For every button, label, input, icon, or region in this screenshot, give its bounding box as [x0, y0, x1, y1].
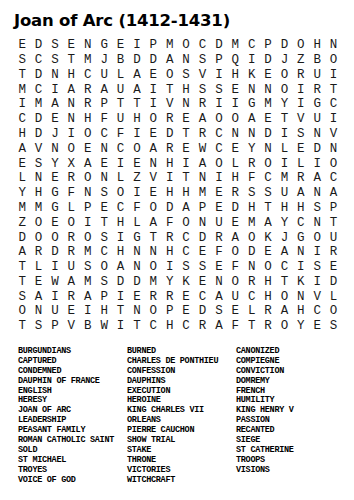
grid-cell-r8c13[interactable]: C: [211, 142, 227, 157]
grid-cell-r17c18[interactable]: K: [293, 275, 309, 290]
grid-cell-r10c17[interactable]: M: [276, 171, 292, 186]
grid-cell-r10c4[interactable]: R: [63, 171, 79, 186]
grid-cell-r18c13[interactable]: A: [211, 290, 227, 305]
grid-cell-r2c2[interactable]: C: [30, 53, 46, 68]
grid-cell-r15c15[interactable]: D: [243, 245, 259, 260]
grid-cell-r2c12[interactable]: S: [194, 53, 210, 68]
grid-cell-r16c7[interactable]: A: [112, 260, 128, 275]
grid-cell-r15c2[interactable]: R: [30, 245, 46, 260]
grid-cell-r12c13[interactable]: E: [211, 201, 227, 216]
grid-cell-r13c1[interactable]: Z: [14, 216, 30, 231]
grid-cell-r16c14[interactable]: F: [227, 260, 243, 275]
grid-cell-r20c11[interactable]: C: [178, 319, 194, 334]
grid-cell-r13c5[interactable]: I: [80, 216, 96, 231]
grid-cell-r15c6[interactable]: C: [96, 245, 112, 260]
grid-cell-r16c19[interactable]: S: [309, 260, 325, 275]
grid-cell-r12c19[interactable]: S: [309, 201, 325, 216]
grid-cell-r3c16[interactable]: E: [260, 68, 276, 83]
grid-cell-r6c15[interactable]: A: [243, 112, 259, 127]
grid-cell-r9c3[interactable]: Y: [47, 156, 63, 171]
grid-cell-r9c14[interactable]: L: [227, 156, 243, 171]
grid-cell-r1c7[interactable]: E: [112, 38, 128, 53]
grid-cell-r1c9[interactable]: P: [145, 38, 161, 53]
grid-cell-r18c7[interactable]: I: [112, 290, 128, 305]
grid-cell-r16c9[interactable]: O: [145, 260, 161, 275]
grid-cell-r6c9[interactable]: O: [145, 112, 161, 127]
grid-cell-r2c6[interactable]: J: [96, 53, 112, 68]
grid-cell-r7c6[interactable]: C: [96, 127, 112, 142]
grid-cell-r2c17[interactable]: J: [276, 53, 292, 68]
grid-cell-r14c10[interactable]: R: [162, 230, 178, 245]
grid-cell-r10c12[interactable]: N: [194, 171, 210, 186]
grid-cell-r8c19[interactable]: D: [309, 142, 325, 157]
grid-cell-r5c1[interactable]: I: [14, 97, 30, 112]
grid-cell-r10c1[interactable]: L: [14, 171, 30, 186]
grid-cell-r15c14[interactable]: O: [227, 245, 243, 260]
grid-cell-r19c5[interactable]: I: [80, 304, 96, 319]
grid-cell-r7c3[interactable]: J: [47, 127, 63, 142]
grid-cell-r18c9[interactable]: R: [145, 290, 161, 305]
grid-cell-r5c13[interactable]: I: [211, 97, 227, 112]
grid-cell-r19c2[interactable]: N: [30, 304, 46, 319]
grid-cell-r9c17[interactable]: I: [276, 156, 292, 171]
grid-cell-r15c7[interactable]: H: [112, 245, 128, 260]
grid-cell-r20c4[interactable]: V: [63, 319, 79, 334]
grid-cell-r1c11[interactable]: O: [178, 38, 194, 53]
grid-cell-r12c1[interactable]: M: [14, 201, 30, 216]
grid-cell-r1c8[interactable]: I: [129, 38, 145, 53]
grid-cell-r8c4[interactable]: O: [63, 142, 79, 157]
grid-cell-r14c18[interactable]: G: [293, 230, 309, 245]
grid-cell-r2c14[interactable]: Q: [227, 53, 243, 68]
grid-cell-r8c18[interactable]: E: [293, 142, 309, 157]
grid-cell-r1c2[interactable]: D: [30, 38, 46, 53]
grid-cell-r17c9[interactable]: M: [145, 275, 161, 290]
grid-cell-r3c19[interactable]: U: [309, 68, 325, 83]
grid-cell-r10c3[interactable]: E: [47, 171, 63, 186]
grid-cell-r15c10[interactable]: H: [162, 245, 178, 260]
grid-cell-r4c9[interactable]: I: [145, 82, 161, 97]
grid-cell-r11c2[interactable]: H: [30, 186, 46, 201]
grid-cell-r7c2[interactable]: D: [30, 127, 46, 142]
grid-cell-r1c13[interactable]: D: [211, 38, 227, 53]
grid-cell-r3c20[interactable]: I: [325, 68, 341, 83]
grid-cell-r19c8[interactable]: N: [129, 304, 145, 319]
grid-cell-r2c15[interactable]: I: [243, 53, 259, 68]
grid-cell-r19c9[interactable]: O: [145, 304, 161, 319]
grid-cell-r11c8[interactable]: I: [129, 186, 145, 201]
grid-cell-r8c17[interactable]: L: [276, 142, 292, 157]
grid-cell-r17c8[interactable]: D: [129, 275, 145, 290]
grid-cell-r20c7[interactable]: I: [112, 319, 128, 334]
grid-cell-r8c3[interactable]: N: [47, 142, 63, 157]
grid-cell-r19c13[interactable]: S: [211, 304, 227, 319]
grid-cell-r18c12[interactable]: C: [194, 290, 210, 305]
grid-cell-r5c18[interactable]: I: [293, 97, 309, 112]
grid-cell-r14c8[interactable]: G: [129, 230, 145, 245]
grid-cell-r11c6[interactable]: S: [96, 186, 112, 201]
grid-cell-r10c20[interactable]: C: [325, 171, 341, 186]
grid-cell-r11c18[interactable]: A: [293, 186, 309, 201]
grid-cell-r17c14[interactable]: O: [227, 275, 243, 290]
grid-cell-r4c6[interactable]: A: [96, 82, 112, 97]
grid-cell-r2c10[interactable]: A: [162, 53, 178, 68]
grid-cell-r6c16[interactable]: E: [260, 112, 276, 127]
grid-cell-r2c11[interactable]: N: [178, 53, 194, 68]
grid-cell-r4c13[interactable]: S: [211, 82, 227, 97]
grid-cell-r5c16[interactable]: M: [260, 97, 276, 112]
grid-cell-r2c8[interactable]: D: [129, 53, 145, 68]
grid-cell-r6c12[interactable]: A: [194, 112, 210, 127]
grid-cell-r2c7[interactable]: B: [112, 53, 128, 68]
grid-cell-r9c2[interactable]: S: [30, 156, 46, 171]
grid-cell-r14c9[interactable]: T: [145, 230, 161, 245]
grid-cell-r11c4[interactable]: F: [63, 186, 79, 201]
grid-cell-r17c1[interactable]: T: [14, 275, 30, 290]
grid-cell-r9c15[interactable]: R: [243, 156, 259, 171]
grid-cell-r8c16[interactable]: N: [260, 142, 276, 157]
grid-cell-r8c9[interactable]: A: [145, 142, 161, 157]
grid-cell-r20c19[interactable]: E: [309, 319, 325, 334]
grid-cell-r20c10[interactable]: H: [162, 319, 178, 334]
grid-cell-r3c2[interactable]: D: [30, 68, 46, 83]
grid-cell-r1c4[interactable]: E: [63, 38, 79, 53]
grid-cell-r6c14[interactable]: O: [227, 112, 243, 127]
grid-cell-r11c3[interactable]: G: [47, 186, 63, 201]
grid-cell-r9c18[interactable]: L: [293, 156, 309, 171]
grid-cell-r16c18[interactable]: I: [293, 260, 309, 275]
grid-cell-r4c14[interactable]: E: [227, 82, 243, 97]
grid-cell-r14c17[interactable]: J: [276, 230, 292, 245]
grid-cell-r4c19[interactable]: R: [309, 82, 325, 97]
grid-cell-r9c19[interactable]: I: [309, 156, 325, 171]
grid-cell-r14c15[interactable]: O: [243, 230, 259, 245]
grid-cell-r10c6[interactable]: N: [96, 171, 112, 186]
grid-cell-r17c10[interactable]: Y: [162, 275, 178, 290]
grid-cell-r12c14[interactable]: D: [227, 201, 243, 216]
grid-cell-r10c9[interactable]: V: [145, 171, 161, 186]
grid-cell-r7c5[interactable]: O: [80, 127, 96, 142]
grid-cell-r4c18[interactable]: I: [293, 82, 309, 97]
grid-cell-r4c20[interactable]: T: [325, 82, 341, 97]
grid-cell-r6c1[interactable]: C: [14, 112, 30, 127]
grid-cell-r16c20[interactable]: E: [325, 260, 341, 275]
grid-cell-r4c1[interactable]: M: [14, 82, 30, 97]
grid-cell-r10c16[interactable]: C: [260, 171, 276, 186]
grid-cell-r13c19[interactable]: N: [309, 216, 325, 231]
grid-cell-r9c16[interactable]: O: [260, 156, 276, 171]
grid-cell-r7c1[interactable]: H: [14, 127, 30, 142]
grid-cell-r3c4[interactable]: H: [63, 68, 79, 83]
grid-cell-r18c19[interactable]: V: [309, 290, 325, 305]
grid-cell-r16c17[interactable]: C: [276, 260, 292, 275]
grid-cell-r4c10[interactable]: T: [162, 82, 178, 97]
grid-cell-r12c7[interactable]: C: [112, 201, 128, 216]
grid-cell-r15c4[interactable]: R: [63, 245, 79, 260]
grid-cell-r16c6[interactable]: O: [96, 260, 112, 275]
grid-cell-r16c1[interactable]: T: [14, 260, 30, 275]
grid-cell-r7c19[interactable]: N: [309, 127, 325, 142]
grid-cell-r9c4[interactable]: X: [63, 156, 79, 171]
grid-cell-r4c2[interactable]: C: [30, 82, 46, 97]
grid-cell-r12c10[interactable]: D: [162, 201, 178, 216]
grid-cell-r6c7[interactable]: U: [112, 112, 128, 127]
grid-cell-r19c15[interactable]: L: [243, 304, 259, 319]
grid-cell-r8c5[interactable]: E: [80, 142, 96, 157]
grid-cell-r13c14[interactable]: E: [227, 216, 243, 231]
grid-cell-r2c20[interactable]: O: [325, 53, 341, 68]
grid-cell-r14c20[interactable]: U: [325, 230, 341, 245]
grid-cell-r1c17[interactable]: D: [276, 38, 292, 53]
grid-cell-r14c12[interactable]: D: [194, 230, 210, 245]
grid-cell-r19c19[interactable]: C: [309, 304, 325, 319]
grid-cell-r6c17[interactable]: T: [276, 112, 292, 127]
grid-cell-r14c19[interactable]: O: [309, 230, 325, 245]
grid-cell-r7c7[interactable]: F: [112, 127, 128, 142]
grid-cell-r8c10[interactable]: R: [162, 142, 178, 157]
grid-cell-r2c9[interactable]: D: [145, 53, 161, 68]
grid-cell-r12c2[interactable]: M: [30, 201, 46, 216]
grid-cell-r19c20[interactable]: O: [325, 304, 341, 319]
grid-cell-r13c20[interactable]: T: [325, 216, 341, 231]
grid-cell-r13c11[interactable]: O: [178, 216, 194, 231]
grid-cell-r19c4[interactable]: E: [63, 304, 79, 319]
grid-cell-r12c12[interactable]: P: [194, 201, 210, 216]
grid-cell-r12c20[interactable]: P: [325, 201, 341, 216]
grid-cell-r19c17[interactable]: A: [276, 304, 292, 319]
grid-cell-r8c11[interactable]: E: [178, 142, 194, 157]
grid-cell-r20c5[interactable]: B: [80, 319, 96, 334]
grid-cell-r11c14[interactable]: R: [227, 186, 243, 201]
grid-cell-r12c5[interactable]: P: [80, 201, 96, 216]
grid-cell-r20c17[interactable]: O: [276, 319, 292, 334]
grid-cell-r17c7[interactable]: D: [112, 275, 128, 290]
grid-cell-r20c9[interactable]: C: [145, 319, 161, 334]
grid-cell-r18c10[interactable]: R: [162, 290, 178, 305]
grid-cell-r17c6[interactable]: S: [96, 275, 112, 290]
grid-cell-r5c12[interactable]: R: [194, 97, 210, 112]
grid-cell-r18c11[interactable]: E: [178, 290, 194, 305]
grid-cell-r7c10[interactable]: D: [162, 127, 178, 142]
grid-cell-r6c19[interactable]: U: [309, 112, 325, 127]
grid-cell-r16c5[interactable]: S: [80, 260, 96, 275]
grid-cell-r10c18[interactable]: R: [293, 171, 309, 186]
grid-cell-r11c15[interactable]: S: [243, 186, 259, 201]
grid-cell-r1c19[interactable]: H: [309, 38, 325, 53]
grid-cell-r18c15[interactable]: C: [243, 290, 259, 305]
grid-cell-r14c7[interactable]: I: [112, 230, 128, 245]
grid-cell-r5c19[interactable]: G: [309, 97, 325, 112]
grid-cell-r13c7[interactable]: H: [112, 216, 128, 231]
grid-cell-r6c18[interactable]: V: [293, 112, 309, 127]
grid-cell-r11c9[interactable]: E: [145, 186, 161, 201]
grid-cell-r6c6[interactable]: F: [96, 112, 112, 127]
grid-cell-r9c9[interactable]: N: [145, 156, 161, 171]
grid-cell-r13c6[interactable]: T: [96, 216, 112, 231]
grid-cell-r8c14[interactable]: E: [227, 142, 243, 157]
grid-cell-r16c12[interactable]: S: [194, 260, 210, 275]
grid-cell-r14c6[interactable]: S: [96, 230, 112, 245]
grid-cell-r10c11[interactable]: T: [178, 171, 194, 186]
grid-cell-r12c4[interactable]: L: [63, 201, 79, 216]
grid-cell-r10c15[interactable]: F: [243, 171, 259, 186]
grid-cell-r15c3[interactable]: D: [47, 245, 63, 260]
grid-cell-r9c6[interactable]: E: [96, 156, 112, 171]
grid-cell-r15c13[interactable]: F: [211, 245, 227, 260]
grid-cell-r15c16[interactable]: E: [260, 245, 276, 260]
grid-cell-r4c7[interactable]: U: [112, 82, 128, 97]
grid-cell-r12c17[interactable]: H: [276, 201, 292, 216]
grid-cell-r12c6[interactable]: E: [96, 201, 112, 216]
grid-cell-r3c14[interactable]: H: [227, 68, 243, 83]
grid-cell-r3c5[interactable]: C: [80, 68, 96, 83]
grid-cell-r8c12[interactable]: W: [194, 142, 210, 157]
grid-cell-r3c11[interactable]: S: [178, 68, 194, 83]
grid-cell-r6c5[interactable]: H: [80, 112, 96, 127]
grid-cell-r10c10[interactable]: I: [162, 171, 178, 186]
grid-cell-r3c7[interactable]: L: [112, 68, 128, 83]
grid-cell-r11c16[interactable]: S: [260, 186, 276, 201]
grid-cell-r15c17[interactable]: A: [276, 245, 292, 260]
grid-cell-r9c20[interactable]: O: [325, 156, 341, 171]
grid-cell-r7c4[interactable]: I: [63, 127, 79, 142]
grid-cell-r5c15[interactable]: G: [243, 97, 259, 112]
grid-cell-r20c16[interactable]: R: [260, 319, 276, 334]
grid-cell-r13c16[interactable]: A: [260, 216, 276, 231]
grid-cell-r15c12[interactable]: E: [194, 245, 210, 260]
grid-cell-r1c18[interactable]: O: [293, 38, 309, 53]
grid-cell-r19c14[interactable]: E: [227, 304, 243, 319]
grid-cell-r11c10[interactable]: H: [162, 186, 178, 201]
grid-cell-r18c6[interactable]: P: [96, 290, 112, 305]
grid-cell-r1c5[interactable]: N: [80, 38, 96, 53]
grid-cell-r17c20[interactable]: D: [325, 275, 341, 290]
grid-cell-r13c3[interactable]: E: [47, 216, 63, 231]
grid-cell-r9c1[interactable]: E: [14, 156, 30, 171]
grid-cell-r20c13[interactable]: A: [211, 319, 227, 334]
grid-cell-r18c3[interactable]: I: [47, 290, 63, 305]
grid-cell-r2c16[interactable]: D: [260, 53, 276, 68]
grid-cell-r5c17[interactable]: Y: [276, 97, 292, 112]
grid-cell-r12c3[interactable]: G: [47, 201, 63, 216]
grid-cell-r11c13[interactable]: E: [211, 186, 227, 201]
grid-cell-r10c13[interactable]: I: [211, 171, 227, 186]
grid-cell-r7c8[interactable]: I: [129, 127, 145, 142]
grid-cell-r16c3[interactable]: I: [47, 260, 63, 275]
grid-cell-r17c3[interactable]: W: [47, 275, 63, 290]
grid-cell-r7c14[interactable]: N: [227, 127, 243, 142]
grid-cell-r8c8[interactable]: O: [129, 142, 145, 157]
grid-cell-r18c4[interactable]: R: [63, 290, 79, 305]
grid-cell-r3c3[interactable]: N: [47, 68, 63, 83]
grid-cell-r19c11[interactable]: E: [178, 304, 194, 319]
grid-cell-r5c6[interactable]: P: [96, 97, 112, 112]
grid-cell-r8c2[interactable]: V: [30, 142, 46, 157]
grid-cell-r15c9[interactable]: N: [145, 245, 161, 260]
grid-cell-r16c2[interactable]: L: [30, 260, 46, 275]
grid-cell-r20c6[interactable]: W: [96, 319, 112, 334]
grid-cell-r3c8[interactable]: A: [129, 68, 145, 83]
grid-cell-r17c12[interactable]: E: [194, 275, 210, 290]
grid-cell-r2c18[interactable]: Z: [293, 53, 309, 68]
grid-cell-r17c2[interactable]: E: [30, 275, 46, 290]
grid-cell-r3c9[interactable]: E: [145, 68, 161, 83]
grid-cell-r11c17[interactable]: U: [276, 186, 292, 201]
grid-cell-r1c6[interactable]: G: [96, 38, 112, 53]
grid-cell-r9c8[interactable]: E: [129, 156, 145, 171]
grid-cell-r20c14[interactable]: F: [227, 319, 243, 334]
grid-cell-r18c20[interactable]: L: [325, 290, 341, 305]
grid-cell-r5c8[interactable]: T: [129, 97, 145, 112]
grid-cell-r14c11[interactable]: C: [178, 230, 194, 245]
grid-cell-r6c10[interactable]: R: [162, 112, 178, 127]
grid-cell-r7c17[interactable]: I: [276, 127, 292, 142]
grid-cell-r7c11[interactable]: T: [178, 127, 194, 142]
grid-cell-r16c4[interactable]: U: [63, 260, 79, 275]
grid-cell-r15c18[interactable]: N: [293, 245, 309, 260]
grid-cell-r2c5[interactable]: M: [80, 53, 96, 68]
grid-cell-r3c1[interactable]: T: [14, 68, 30, 83]
grid-cell-r2c19[interactable]: B: [309, 53, 325, 68]
grid-cell-r20c20[interactable]: S: [325, 319, 341, 334]
grid-cell-r15c20[interactable]: R: [325, 245, 341, 260]
grid-cell-r13c10[interactable]: F: [162, 216, 178, 231]
grid-cell-r4c12[interactable]: S: [194, 82, 210, 97]
grid-cell-r2c1[interactable]: S: [14, 53, 30, 68]
grid-cell-r2c3[interactable]: S: [47, 53, 63, 68]
grid-cell-r18c17[interactable]: O: [276, 290, 292, 305]
grid-cell-r7c20[interactable]: V: [325, 127, 341, 142]
grid-cell-r6c3[interactable]: E: [47, 112, 63, 127]
grid-cell-r19c12[interactable]: D: [194, 304, 210, 319]
grid-cell-r14c5[interactable]: O: [80, 230, 96, 245]
grid-cell-r20c2[interactable]: S: [30, 319, 46, 334]
grid-cell-r15c5[interactable]: M: [80, 245, 96, 260]
grid-cell-r13c15[interactable]: M: [243, 216, 259, 231]
grid-cell-r11c19[interactable]: N: [309, 186, 325, 201]
grid-cell-r14c4[interactable]: R: [63, 230, 79, 245]
grid-cell-r12c9[interactable]: O: [145, 201, 161, 216]
grid-cell-r11c5[interactable]: N: [80, 186, 96, 201]
grid-cell-r4c4[interactable]: A: [63, 82, 79, 97]
grid-cell-r9c7[interactable]: I: [112, 156, 128, 171]
grid-cell-r19c1[interactable]: O: [14, 304, 30, 319]
grid-cell-r18c8[interactable]: E: [129, 290, 145, 305]
grid-cell-r13c2[interactable]: O: [30, 216, 46, 231]
grid-cell-r20c15[interactable]: T: [243, 319, 259, 334]
grid-cell-r3c17[interactable]: O: [276, 68, 292, 83]
grid-cell-r14c16[interactable]: K: [260, 230, 276, 245]
grid-cell-r14c13[interactable]: R: [211, 230, 227, 245]
grid-cell-r8c15[interactable]: Y: [243, 142, 259, 157]
grid-cell-r9c12[interactable]: A: [194, 156, 210, 171]
grid-cell-r16c8[interactable]: N: [129, 260, 145, 275]
grid-cell-r19c3[interactable]: U: [47, 304, 63, 319]
grid-cell-r18c16[interactable]: H: [260, 290, 276, 305]
grid-cell-r12c15[interactable]: H: [243, 201, 259, 216]
grid-cell-r15c19[interactable]: I: [309, 245, 325, 260]
grid-cell-r14c1[interactable]: D: [14, 230, 30, 245]
grid-cell-r16c13[interactable]: E: [211, 260, 227, 275]
grid-cell-r5c10[interactable]: V: [162, 97, 178, 112]
grid-cell-r8c6[interactable]: N: [96, 142, 112, 157]
grid-cell-r5c11[interactable]: N: [178, 97, 194, 112]
grid-cell-r7c15[interactable]: N: [243, 127, 259, 142]
grid-cell-r19c16[interactable]: R: [260, 304, 276, 319]
grid-cell-r20c3[interactable]: P: [47, 319, 63, 334]
grid-cell-r7c18[interactable]: S: [293, 127, 309, 142]
grid-cell-r5c3[interactable]: A: [47, 97, 63, 112]
